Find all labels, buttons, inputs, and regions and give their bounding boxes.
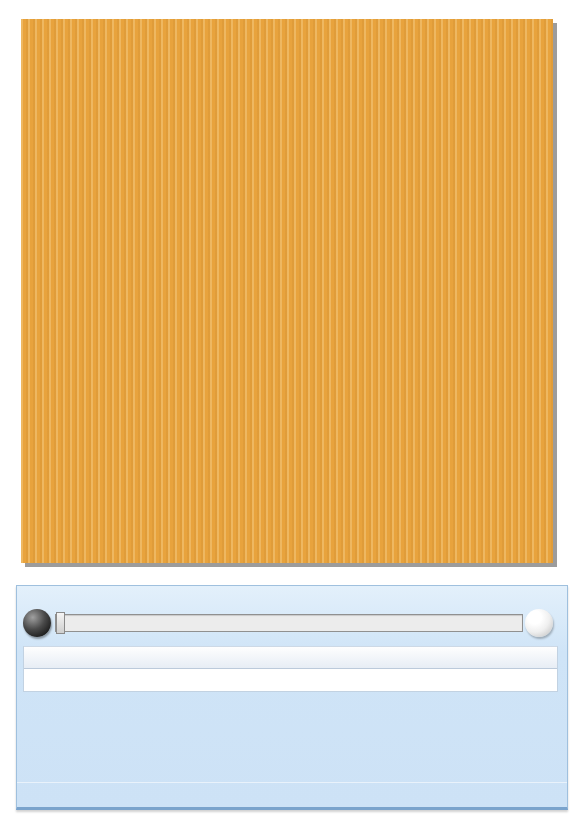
panel-titlebar <box>17 586 567 608</box>
table-header <box>24 647 557 669</box>
candidate-move-table <box>23 646 558 692</box>
go-board-area <box>0 0 584 584</box>
winrate-slider-track[interactable] <box>55 614 523 632</box>
winrate-slider-row <box>17 608 567 646</box>
table-filler <box>24 669 557 691</box>
tab-bar <box>17 782 567 807</box>
white-stone-icon <box>525 609 553 637</box>
board-grid[interactable] <box>23 24 555 556</box>
analysis-panel <box>16 585 568 810</box>
black-stone-icon <box>23 609 51 637</box>
winrate-slider-thumb[interactable] <box>56 612 65 634</box>
